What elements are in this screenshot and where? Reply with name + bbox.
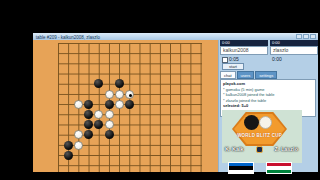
video-frame: table #209 - kalkun2008, zlaszlo 0:00 0:… [0,0,320,180]
stone [64,141,73,150]
player1-clock: 0:05 [229,56,239,62]
maximize-icon[interactable] [303,34,309,39]
stone [115,90,124,99]
stone [74,141,83,150]
window-title: table #209 - kalkun2008, zlaszlo [33,34,100,39]
stone [115,79,124,88]
player-names-overlay: K. Kalk Z. László [222,146,302,154]
stone-last-move [125,90,134,99]
stone [105,90,114,99]
flag-estonia [228,162,254,174]
clock-row: 0:05 0:00 [220,56,318,63]
stone [84,110,93,119]
stone [74,100,83,109]
gomoku-board[interactable] [33,40,218,172]
player1-name[interactable]: kalkun2008 [220,46,268,55]
stone [84,100,93,109]
tab-chat[interactable]: chat [220,71,236,79]
overlay-player-right: Z. László [274,146,298,152]
black-stone-icon [244,115,259,130]
event-logo: WORLD BLITZ CUP [232,112,287,146]
white-stone-icon [259,116,272,129]
player2-clock: 0:00 [272,56,282,62]
event-title: WORLD BLITZ CUP [232,133,287,138]
flag-stripe [267,170,291,173]
minimize-icon[interactable] [296,34,302,39]
stone [105,110,114,119]
close-icon[interactable] [310,34,316,39]
stone [105,100,114,109]
flag-stripe [229,170,253,173]
flag-hungary [266,162,292,174]
panel-tabs: chatuserssettings [220,71,318,79]
stone [105,120,114,129]
stone [115,100,124,109]
tab-users[interactable]: users [237,71,255,79]
overlay-player-left: K. Kalk [225,146,244,152]
stone [105,130,114,139]
start-row: start [220,63,318,71]
vs-badge-icon [256,146,263,153]
player2-name[interactable]: zlaszlo [270,46,318,55]
window-titlebar[interactable]: table #209 - kalkun2008, zlaszlo [33,33,318,40]
tab-settings[interactable]: settings [255,71,277,79]
window-buttons [296,34,316,39]
start-button[interactable]: start [222,63,244,70]
last-move-marker-icon [129,94,132,97]
stone [64,151,73,160]
player-name-boxes: kalkun2008 zlaszlo [220,46,318,55]
stone [125,100,134,109]
